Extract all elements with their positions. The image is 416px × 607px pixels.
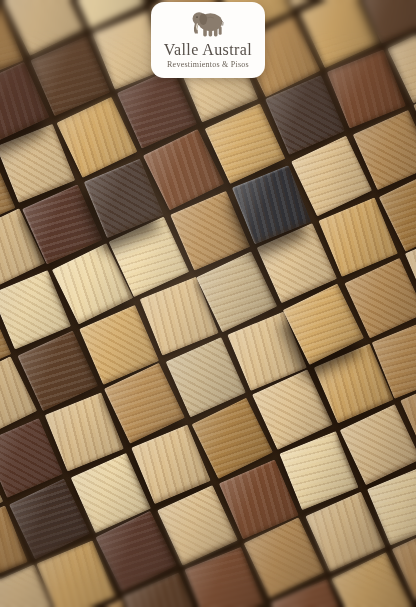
product-photo: Valle Austral Revestimientos & Pisos	[0, 0, 416, 607]
brand-name: Valle Austral	[164, 42, 252, 58]
elephant-logo-icon	[189, 7, 227, 41]
brand-tagline: Revestimientos & Pisos	[167, 61, 249, 69]
mosaic-wrap	[0, 0, 416, 607]
brand-logo-card: Valle Austral Revestimientos & Pisos	[151, 2, 265, 78]
wood-mosaic-grid	[0, 0, 416, 607]
